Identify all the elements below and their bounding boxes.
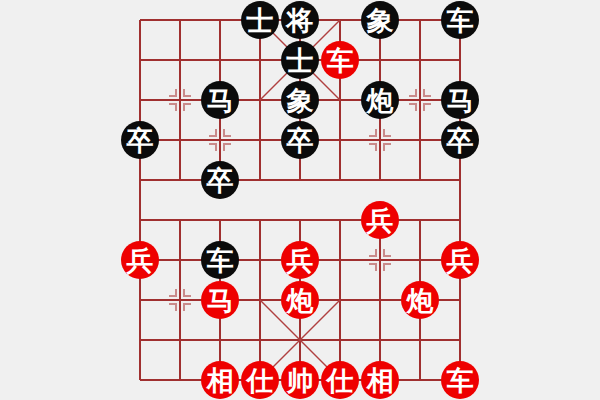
red-king-piece[interactable]: 帅 [281,361,319,399]
red-advisor-piece[interactable]: 仕 [241,361,279,399]
red-soldier-piece[interactable]: 兵 [361,201,399,239]
black-chariot-piece[interactable]: 车 [201,241,239,279]
red-cannon-piece[interactable]: 炮 [281,281,319,319]
black-advisor-piece[interactable]: 士 [281,41,319,79]
red-chariot-piece[interactable]: 车 [321,41,359,79]
red-cannon-piece[interactable]: 炮 [401,281,439,319]
black-soldier-piece[interactable]: 卒 [281,121,319,159]
red-soldier-piece[interactable]: 兵 [121,241,159,279]
xiangqi-board: 士将象车士车马象炮马卒卒卒卒兵兵车兵兵马炮炮相仕帅仕相车 [0,0,600,400]
black-soldier-piece[interactable]: 卒 [201,161,239,199]
red-chariot-piece[interactable]: 车 [441,361,479,399]
red-horse-piece[interactable]: 马 [201,281,239,319]
red-elephant-piece[interactable]: 相 [361,361,399,399]
black-horse-piece[interactable]: 马 [201,81,239,119]
black-chariot-piece[interactable]: 车 [441,1,479,39]
red-advisor-piece[interactable]: 仕 [321,361,359,399]
black-elephant-piece[interactable]: 象 [281,81,319,119]
red-soldier-piece[interactable]: 兵 [441,241,479,279]
black-advisor-piece[interactable]: 士 [241,1,279,39]
black-soldier-piece[interactable]: 卒 [441,121,479,159]
black-soldier-piece[interactable]: 卒 [121,121,159,159]
black-horse-piece[interactable]: 马 [441,81,479,119]
red-soldier-piece[interactable]: 兵 [281,241,319,279]
pieces-layer: 士将象车士车马象炮马卒卒卒卒兵兵车兵兵马炮炮相仕帅仕相车 [0,0,600,400]
red-elephant-piece[interactable]: 相 [201,361,239,399]
black-cannon-piece[interactable]: 炮 [361,81,399,119]
black-general-piece[interactable]: 将 [281,1,319,39]
black-elephant-piece[interactable]: 象 [361,1,399,39]
